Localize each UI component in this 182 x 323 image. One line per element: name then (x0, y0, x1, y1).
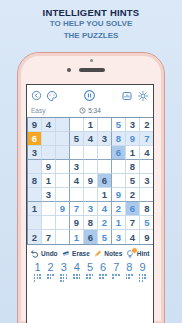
sudoku-cell-r4c4[interactable]: 3 (70, 160, 84, 174)
sudoku-cell-r6c9[interactable] (140, 188, 154, 202)
sudoku-cell-r6c6[interactable]: 1 (98, 188, 112, 202)
pause-button[interactable] (83, 89, 96, 102)
placed-count-dots (34, 274, 42, 282)
sudoku-cell-r7c4[interactable]: 7 (70, 202, 84, 216)
sudoku-cell-r8c1[interactable] (28, 216, 42, 230)
numpad-key-3[interactable]: 3 (58, 262, 69, 282)
numpad-digit: 8 (126, 262, 132, 274)
sudoku-cell-r4c6[interactable] (98, 160, 112, 174)
sudoku-cell-r1c4[interactable] (70, 118, 84, 132)
hint-button[interactable]: Hint (125, 249, 149, 259)
sudoku-cell-r6c2[interactable]: 3 (42, 188, 56, 202)
speaker-slit (79, 68, 105, 72)
timer: 5:34 (27, 107, 153, 114)
sudoku-cell-r6c7[interactable]: 9 (112, 188, 126, 202)
sudoku-cell-r1c1[interactable]: 9 (28, 118, 42, 132)
sudoku-cell-r2c6[interactable]: 3 (98, 132, 112, 146)
sudoku-cell-r3c9[interactable]: 4 (140, 146, 154, 160)
camera-dot (67, 68, 71, 72)
numpad-key-7[interactable]: 7 (111, 262, 122, 282)
erase-icon (61, 249, 71, 258)
sudoku-cell-r9c7[interactable]: 3 (112, 230, 126, 244)
iphone-mockup: Easy 5:34 941532654389736149388149653319… (17, 52, 165, 323)
numpad-key-8[interactable]: 8 (124, 262, 135, 282)
sudoku-cell-r1c8[interactable]: 3 (126, 118, 140, 132)
app-screen: Easy 5:34 941532654389736149388149653319… (26, 84, 154, 323)
notes-button[interactable]: Notes (93, 249, 123, 258)
numpad-key-9[interactable]: 9 (137, 262, 148, 282)
palette-icon[interactable] (46, 90, 58, 102)
sudoku-cell-r8c3[interactable] (56, 216, 70, 230)
sudoku-cell-r5c4[interactable]: 4 (70, 174, 84, 188)
placed-count-dots (86, 274, 94, 279)
sudoku-cell-r2c2[interactable] (42, 132, 56, 146)
numpad-digit: 5 (87, 262, 93, 274)
sudoku-cell-r9c2[interactable]: 7 (42, 230, 56, 244)
placed-count-dots (47, 274, 55, 279)
numpad-key-4[interactable]: 4 (71, 262, 82, 282)
stats-icon[interactable] (121, 90, 133, 102)
sudoku-cell-r8c4[interactable]: 9 (70, 216, 84, 230)
sudoku-cell-r5c5[interactable]: 9 (84, 174, 98, 188)
sudoku-cell-r1c3[interactable] (56, 118, 70, 132)
undo-icon (30, 249, 39, 258)
sudoku-cell-r4c5[interactable] (84, 160, 98, 174)
number-pad: 123456789 (27, 261, 153, 282)
placed-count-dots (73, 274, 81, 279)
sudoku-cell-r3c1[interactable]: 3 (28, 146, 42, 160)
sudoku-cell-r3c2[interactable] (42, 146, 56, 160)
sudoku-cell-r3c6[interactable] (98, 146, 112, 160)
sudoku-cell-r5c7[interactable] (112, 174, 126, 188)
sudoku-cell-r3c4[interactable] (70, 146, 84, 160)
sudoku-cell-r8c2[interactable] (42, 216, 56, 230)
sudoku-cell-r7c8[interactable]: 6 (126, 202, 140, 216)
action-bar: Undo Erase Notes (27, 245, 153, 261)
top-toolbar (27, 85, 153, 104)
numpad-digit: 4 (74, 262, 80, 274)
timer-value: 5:34 (88, 107, 101, 114)
numpad-key-6[interactable]: 6 (98, 262, 109, 282)
undo-button[interactable]: Undo (30, 249, 57, 258)
sudoku-cell-r2c4[interactable]: 5 (70, 132, 84, 146)
sudoku-cell-r1c9[interactable]: 2 (140, 118, 154, 132)
sudoku-cell-r5c3[interactable] (56, 174, 70, 188)
sudoku-cell-r4c3[interactable] (56, 160, 70, 174)
sudoku-cell-r7c1[interactable]: 1 (28, 202, 42, 216)
toolbar-right (121, 90, 149, 102)
headline-title: INTELLIGENT HINTS (0, 7, 182, 18)
sudoku-cell-r3c7[interactable]: 6 (112, 146, 126, 160)
placed-count-dots (99, 274, 107, 279)
sudoku-board: 9415326543897361493881496533192197342689… (27, 117, 154, 245)
sudoku-cell-r4c7[interactable] (112, 160, 126, 174)
sudoku-cell-r8c9[interactable]: 5 (140, 216, 154, 230)
sudoku-cell-r9c4[interactable]: 1 (70, 230, 84, 244)
numpad-digit: 7 (113, 262, 119, 274)
sudoku-cell-r9c6[interactable]: 5 (98, 230, 112, 244)
sudoku-cell-r7c6[interactable]: 4 (98, 202, 112, 216)
sudoku-cell-r1c7[interactable]: 5 (112, 118, 126, 132)
numpad-digit: 2 (48, 262, 54, 274)
numpad-digit: 3 (61, 262, 67, 274)
sudoku-cell-r5c2[interactable]: 1 (42, 174, 56, 188)
sudoku-cell-r1c2[interactable]: 4 (42, 118, 56, 132)
sudoku-cell-r6c8[interactable]: 2 (126, 188, 140, 202)
sudoku-cell-r6c3[interactable] (56, 188, 70, 202)
numpad-key-2[interactable]: 2 (45, 262, 56, 282)
sudoku-cell-r2c8[interactable]: 9 (126, 132, 140, 146)
placed-count-dots (112, 274, 120, 279)
sudoku-cell-r4c1[interactable] (28, 160, 42, 174)
sudoku-cell-r7c7[interactable]: 2 (112, 202, 126, 216)
sudoku-cell-r4c9[interactable] (140, 160, 154, 174)
sudoku-cell-r9c5[interactable]: 6 (84, 230, 98, 244)
sudoku-cell-r3c8[interactable]: 1 (126, 146, 140, 160)
placed-count-dots (60, 274, 68, 282)
sudoku-cell-r2c9[interactable]: 7 (140, 132, 154, 146)
toolbar-left (31, 90, 58, 102)
sudoku-cell-r6c4[interactable] (70, 188, 84, 202)
headline: INTELLIGENT HINTS TO HELP YOU SOLVE THE … (0, 0, 182, 41)
headline-subtitle-2: THE PUZZLES (0, 30, 182, 42)
sudoku-cell-r4c8[interactable]: 8 (126, 160, 140, 174)
sensor-dot (90, 59, 93, 62)
numpad-key-1[interactable]: 1 (32, 262, 43, 282)
sudoku-cell-r2c5[interactable]: 4 (84, 132, 98, 146)
sudoku-cell-r6c1[interactable] (28, 188, 42, 202)
sudoku-cell-r2c3[interactable] (56, 132, 70, 146)
sudoku-cell-r5c8[interactable]: 5 (126, 174, 140, 188)
sudoku-cell-r6c5[interactable] (84, 188, 98, 202)
sudoku-cell-r5c6[interactable]: 6 (98, 174, 112, 188)
sudoku-cell-r8c6[interactable]: 2 (98, 216, 112, 230)
hint-badge (131, 247, 138, 254)
sudoku-cell-r8c8[interactable]: 7 (126, 216, 140, 230)
sudoku-cell-r9c8[interactable]: 4 (126, 230, 140, 244)
sudoku-cell-r1c6[interactable] (98, 118, 112, 132)
sudoku-cell-r7c5[interactable]: 3 (84, 202, 98, 216)
sudoku-cell-r2c7[interactable]: 8 (112, 132, 126, 146)
numpad-digit: 9 (139, 262, 145, 274)
numpad-digit: 6 (100, 262, 106, 274)
numpad-key-5[interactable]: 5 (85, 262, 96, 282)
sudoku-cell-r8c7[interactable]: 1 (112, 216, 126, 230)
sudoku-cell-r5c1[interactable]: 8 (28, 174, 42, 188)
back-icon[interactable] (31, 90, 42, 101)
status-row: Easy 5:34 (27, 104, 153, 116)
numpad-digit: 1 (34, 262, 40, 274)
placed-count-dots (139, 274, 147, 282)
sudoku-cell-r3c5[interactable] (84, 146, 98, 160)
notes-icon (93, 249, 103, 258)
sudoku-cell-r9c1[interactable]: 2 (28, 230, 42, 244)
sudoku-cell-r1c5[interactable]: 1 (84, 118, 98, 132)
headline-subtitle-1: TO HELP YOU SOLVE (0, 18, 182, 30)
sudoku-cell-r7c2[interactable] (42, 202, 56, 216)
sudoku-cell-r9c9[interactable]: 9 (140, 230, 154, 244)
clock-icon (79, 107, 86, 114)
sudoku-cell-r7c9[interactable]: 8 (140, 202, 154, 216)
placed-count-dots (126, 274, 134, 279)
sudoku-cell-r9c3[interactable] (56, 230, 70, 244)
sudoku-cell-r8c5[interactable]: 8 (84, 216, 98, 230)
settings-icon[interactable] (137, 90, 149, 102)
sudoku-cell-r7c3[interactable]: 9 (56, 202, 70, 216)
promo-screenshot: INTELLIGENT HINTS TO HELP YOU SOLVE THE … (0, 0, 182, 323)
erase-button[interactable]: Erase (61, 249, 90, 258)
sudoku-cell-r4c2[interactable]: 9 (42, 160, 56, 174)
sudoku-cell-r5c9[interactable]: 3 (140, 174, 154, 188)
sudoku-cell-r2c1[interactable]: 6 (28, 132, 42, 146)
sudoku-cell-r3c3[interactable] (56, 146, 70, 160)
